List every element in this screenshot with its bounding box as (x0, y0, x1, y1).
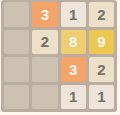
tile-2: 2 (32, 30, 57, 55)
empty-cell (4, 57, 29, 82)
tile-1: 1 (61, 2, 86, 27)
tile-9: 9 (89, 30, 114, 55)
2048-board[interactable]: 3 1 2 2 8 9 3 2 1 1 (1, 0, 117, 112)
empty-cell (4, 85, 29, 110)
empty-cell (32, 85, 57, 110)
tile-1: 1 (89, 85, 114, 110)
tile-2: 2 (89, 57, 114, 82)
tile-8: 8 (61, 30, 86, 55)
tile-1: 1 (61, 85, 86, 110)
tile-3: 3 (32, 2, 57, 27)
empty-cell (4, 2, 29, 27)
empty-cell (32, 57, 57, 82)
empty-cell (4, 30, 29, 55)
tile-2: 2 (89, 2, 114, 27)
tile-3: 3 (61, 57, 86, 82)
